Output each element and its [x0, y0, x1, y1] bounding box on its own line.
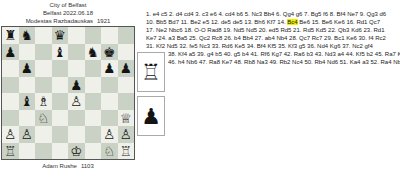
square-g3	[101, 110, 118, 127]
square-h1: ♖	[118, 143, 135, 160]
square-b2: ♙	[19, 126, 36, 143]
square-d5	[52, 77, 69, 94]
square-e8	[68, 27, 85, 44]
square-e1: ♔	[68, 143, 85, 160]
piece-white-k: ♔	[70, 143, 82, 160]
square-e6	[68, 60, 85, 77]
square-f3	[85, 110, 102, 127]
move-line[interactable]: 1. e4 c5 2. d4 cd4 3. c3 e6 4. cd4 b6 5.…	[146, 10, 398, 18]
piece-white-q: ♕	[120, 110, 132, 127]
piece-black-p: ♟	[70, 77, 82, 94]
piece-white-p: ♙	[120, 126, 132, 143]
piece-white-p: ♙	[70, 93, 82, 110]
square-g8	[101, 27, 118, 44]
square-e2	[68, 126, 85, 143]
square-h7	[118, 44, 135, 61]
square-c7	[35, 44, 52, 61]
square-d1	[52, 143, 69, 160]
square-f7: ♞	[85, 44, 102, 61]
piece-black-p: ♟	[4, 44, 16, 61]
piece-white-p: ♙	[4, 126, 16, 143]
square-h2: ♙	[118, 126, 135, 143]
square-h4	[118, 93, 135, 110]
piece-white-r: ♖	[120, 143, 132, 160]
square-a2: ♙	[2, 126, 19, 143]
square-a7: ♟	[2, 44, 19, 61]
square-e5: ♟	[68, 77, 85, 94]
square-b5	[19, 77, 36, 94]
square-h5	[118, 77, 135, 94]
piece-white-p: ♙	[103, 126, 115, 143]
piece-black-n: ♞	[87, 44, 99, 61]
square-f1	[85, 143, 102, 160]
piece-white-b: ♗	[37, 93, 49, 110]
square-e3	[68, 110, 85, 127]
piece-white-p: ♙	[21, 126, 33, 143]
move-list: 1. e4 c5 2. d4 cd4 3. c3 e6 4. cd4 b6 5.…	[146, 10, 398, 66]
piece-black-q: ♛	[54, 27, 66, 44]
chess-viewer: City of Belfast Belfast 2022.06.18 Modes…	[0, 0, 400, 181]
square-g5	[101, 77, 118, 94]
move-line[interactable]: 31. Kf2 Nd5 32. fe5 Nc3 33. Rd6 Ke5 34. …	[146, 42, 398, 50]
square-d7: ♝	[52, 44, 69, 61]
square-g2: ♙	[101, 126, 118, 143]
square-c6	[35, 60, 52, 77]
square-e4: ♙	[68, 93, 85, 110]
black-pawn-icon: ♟	[141, 104, 161, 129]
square-c1	[35, 143, 52, 160]
chess-board: ♜♞♛♟♝♞♚♟♟♟♟♝♗♙♘♕♙♙♙♙♖♔♘♖	[2, 27, 134, 159]
square-h8	[118, 27, 135, 44]
square-d6	[52, 60, 69, 77]
square-c3: ♘	[35, 110, 52, 127]
black-player-name: Modestas Razbadauskas	[26, 18, 93, 24]
square-h6: ♟	[118, 60, 135, 77]
piece-black-n: ♞	[21, 27, 33, 44]
square-f8	[85, 27, 102, 44]
square-c4: ♗	[35, 93, 52, 110]
move-line[interactable]: 38. Kf4 a5 39. g4 b5 40. g5 b4 41. Rf6 K…	[168, 50, 398, 58]
piece-white-r: ♖	[4, 143, 16, 160]
move-line[interactable]: 46. h4 Nb6 47. Ra8 Ke7 48. Rb8 Na3 49. R…	[168, 58, 398, 66]
square-h3: ♕	[118, 110, 135, 127]
current-move-highlight[interactable]: Bc4	[287, 19, 297, 25]
piece-white-n: ♘	[103, 143, 115, 160]
white-player-line: Adam Rushe1103	[0, 163, 136, 169]
square-c5	[35, 77, 52, 94]
piece-black-p: ♟	[103, 60, 115, 77]
square-b1	[19, 143, 36, 160]
piece-black-p: ♟	[21, 60, 33, 77]
piece-black-k: ♚	[103, 44, 115, 61]
square-f5	[85, 77, 102, 94]
square-c2	[35, 126, 52, 143]
square-a6	[2, 60, 19, 77]
piece-black-p: ♟	[120, 60, 132, 77]
square-c8	[35, 27, 52, 44]
square-a8: ♜	[2, 27, 19, 44]
square-b6: ♟	[19, 60, 36, 77]
square-b7	[19, 44, 36, 61]
square-d4	[52, 93, 69, 110]
move-line[interactable]: 17. Ne2 Nbc6 18. O-O Rad8 19. Nd5 Nd5 20…	[146, 26, 398, 34]
square-d2	[52, 126, 69, 143]
move-line[interactable]: 10. Bb5 Bd7 11. Be2 e5 12. de5 de5 13. B…	[146, 18, 398, 26]
square-f6	[85, 60, 102, 77]
square-d8: ♛	[52, 27, 69, 44]
square-g4	[101, 93, 118, 110]
square-g7: ♚	[101, 44, 118, 61]
piece-black-b: ♝	[54, 44, 66, 61]
move-line[interactable]: Ke7 24. a3 Ba5 25. Qc2 Rc8 26. b4 Bb4 27…	[146, 34, 398, 42]
square-b4: ♝	[19, 93, 36, 110]
site-date: Belfast 2022.06.18	[0, 9, 136, 17]
event-title: City of Belfast	[0, 1, 136, 9]
square-f4	[85, 93, 102, 110]
square-f2	[85, 126, 102, 143]
piece-white-n: ♘	[37, 110, 49, 127]
piece-black-b: ♝	[21, 93, 33, 110]
square-g6: ♟	[101, 60, 118, 77]
white-player-rating: 1103	[81, 163, 94, 169]
square-d3	[52, 110, 69, 127]
black-player-rating: 1921	[97, 18, 110, 24]
square-b3	[19, 110, 36, 127]
square-b8: ♞	[19, 27, 36, 44]
piece-black-r: ♜	[4, 27, 16, 44]
black-player-line: Modestas Razbadauskas1921	[0, 17, 136, 25]
square-a1: ♖	[2, 143, 19, 160]
square-g1: ♘	[101, 143, 118, 160]
square-a4	[2, 93, 19, 110]
square-a5	[2, 77, 19, 94]
square-e7	[68, 44, 85, 61]
black-pawn-indicator[interactable]: ♟	[137, 96, 165, 136]
square-a3	[2, 110, 19, 127]
white-player-name: Adam Rushe	[42, 163, 77, 169]
